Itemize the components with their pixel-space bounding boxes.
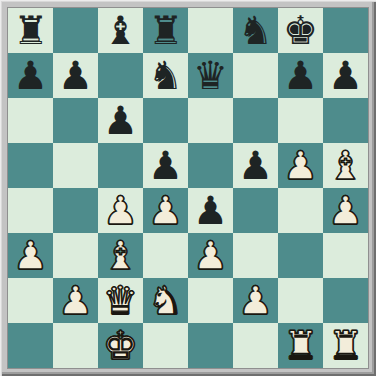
piece-black-pawn: ♟ <box>13 53 48 98</box>
piece-black-rook: ♜ <box>13 8 48 53</box>
board-frame: ♜♝♜♞♚♟♟♞♛♟♟♟♟♟♟♝♟♟♟♟♟♝♟♟♛♞♟♚♜♜ <box>0 0 376 376</box>
square-c1[interactable]: ♚ <box>98 323 143 368</box>
square-g8[interactable]: ♚ <box>278 8 323 53</box>
square-c6[interactable]: ♟ <box>98 98 143 143</box>
square-h2[interactable] <box>323 278 368 323</box>
square-b8[interactable] <box>53 8 98 53</box>
square-a3[interactable]: ♟ <box>8 233 53 278</box>
square-b2[interactable]: ♟ <box>53 278 98 323</box>
square-f5[interactable]: ♟ <box>233 143 278 188</box>
square-h5[interactable]: ♝ <box>323 143 368 188</box>
square-b7[interactable]: ♟ <box>53 53 98 98</box>
square-h3[interactable] <box>323 233 368 278</box>
square-c5[interactable] <box>98 143 143 188</box>
square-e6[interactable] <box>188 98 233 143</box>
square-a2[interactable] <box>8 278 53 323</box>
square-e3[interactable]: ♟ <box>188 233 233 278</box>
piece-white-pawn: ♟ <box>328 188 363 233</box>
square-a8[interactable]: ♜ <box>8 8 53 53</box>
square-b3[interactable] <box>53 233 98 278</box>
square-e8[interactable] <box>188 8 233 53</box>
piece-white-rook: ♜ <box>328 323 363 368</box>
square-g3[interactable] <box>278 233 323 278</box>
piece-black-pawn: ♟ <box>238 143 273 188</box>
piece-white-rook: ♜ <box>283 323 318 368</box>
piece-white-pawn: ♟ <box>58 278 93 323</box>
square-a4[interactable] <box>8 188 53 233</box>
square-e2[interactable] <box>188 278 233 323</box>
piece-white-pawn: ♟ <box>103 188 138 233</box>
piece-white-pawn: ♟ <box>13 233 48 278</box>
square-g1[interactable]: ♜ <box>278 323 323 368</box>
piece-black-pawn: ♟ <box>283 53 318 98</box>
square-d4[interactable]: ♟ <box>143 188 188 233</box>
piece-black-knight: ♞ <box>238 8 273 53</box>
square-f6[interactable] <box>233 98 278 143</box>
square-b6[interactable] <box>53 98 98 143</box>
piece-white-knight: ♞ <box>148 278 183 323</box>
square-d3[interactable] <box>143 233 188 278</box>
square-f4[interactable] <box>233 188 278 233</box>
square-g4[interactable] <box>278 188 323 233</box>
square-b4[interactable] <box>53 188 98 233</box>
square-c3[interactable]: ♝ <box>98 233 143 278</box>
square-h7[interactable]: ♟ <box>323 53 368 98</box>
square-g2[interactable] <box>278 278 323 323</box>
square-e5[interactable] <box>188 143 233 188</box>
square-f7[interactable] <box>233 53 278 98</box>
piece-white-pawn: ♟ <box>148 188 183 233</box>
piece-black-rook: ♜ <box>148 8 183 53</box>
piece-black-pawn: ♟ <box>328 53 363 98</box>
piece-white-pawn: ♟ <box>193 233 228 278</box>
square-a7[interactable]: ♟ <box>8 53 53 98</box>
square-g7[interactable]: ♟ <box>278 53 323 98</box>
piece-white-queen: ♛ <box>103 278 138 323</box>
piece-white-king: ♚ <box>103 323 138 368</box>
square-c4[interactable]: ♟ <box>98 188 143 233</box>
square-h8[interactable] <box>323 8 368 53</box>
square-d1[interactable] <box>143 323 188 368</box>
square-e7[interactable]: ♛ <box>188 53 233 98</box>
square-b5[interactable] <box>53 143 98 188</box>
piece-black-pawn: ♟ <box>103 98 138 143</box>
square-e1[interactable] <box>188 323 233 368</box>
square-d7[interactable]: ♞ <box>143 53 188 98</box>
square-c2[interactable]: ♛ <box>98 278 143 323</box>
piece-white-pawn: ♟ <box>238 278 273 323</box>
square-f3[interactable] <box>233 233 278 278</box>
square-d5[interactable]: ♟ <box>143 143 188 188</box>
square-g6[interactable] <box>278 98 323 143</box>
piece-black-pawn: ♟ <box>148 143 183 188</box>
piece-black-knight: ♞ <box>148 53 183 98</box>
square-a1[interactable] <box>8 323 53 368</box>
square-h4[interactable]: ♟ <box>323 188 368 233</box>
square-h6[interactable] <box>323 98 368 143</box>
square-h1[interactable]: ♜ <box>323 323 368 368</box>
square-c7[interactable] <box>98 53 143 98</box>
piece-black-king: ♚ <box>283 8 318 53</box>
square-f2[interactable]: ♟ <box>233 278 278 323</box>
square-f8[interactable]: ♞ <box>233 8 278 53</box>
square-b1[interactable] <box>53 323 98 368</box>
square-d8[interactable]: ♜ <box>143 8 188 53</box>
piece-black-pawn: ♟ <box>58 53 93 98</box>
square-e4[interactable]: ♟ <box>188 188 233 233</box>
square-d2[interactable]: ♞ <box>143 278 188 323</box>
piece-white-bishop: ♝ <box>328 143 363 188</box>
piece-black-pawn: ♟ <box>193 188 228 233</box>
piece-white-pawn: ♟ <box>283 143 318 188</box>
square-d6[interactable] <box>143 98 188 143</box>
piece-black-queen: ♛ <box>193 53 228 98</box>
square-c8[interactable]: ♝ <box>98 8 143 53</box>
piece-white-bishop: ♝ <box>103 233 138 278</box>
chess-board: ♜♝♜♞♚♟♟♞♛♟♟♟♟♟♟♝♟♟♟♟♟♝♟♟♛♞♟♚♜♜ <box>8 8 368 368</box>
piece-black-bishop: ♝ <box>103 8 138 53</box>
square-a6[interactable] <box>8 98 53 143</box>
square-g5[interactable]: ♟ <box>278 143 323 188</box>
square-a5[interactable] <box>8 143 53 188</box>
square-f1[interactable] <box>233 323 278 368</box>
